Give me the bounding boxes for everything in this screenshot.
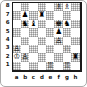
square-e2[interactable]	[46, 53, 54, 61]
square-b1[interactable]	[21, 62, 29, 70]
square-a2[interactable]: ♔	[13, 53, 21, 61]
square-f6[interactable]: ♚	[54, 20, 62, 28]
file-label-f: f	[54, 75, 62, 83]
white-bishop-g8: ♗	[64, 3, 71, 11]
square-d2[interactable]	[38, 53, 46, 61]
square-a3[interactable]: ♙	[13, 45, 21, 53]
square-b6[interactable]: ♞	[21, 20, 29, 28]
square-f3[interactable]	[54, 45, 62, 53]
square-g4[interactable]	[63, 37, 71, 45]
rank-labels: 87654321	[2, 2, 11, 69]
square-e5[interactable]	[46, 28, 54, 36]
square-h3[interactable]	[71, 45, 79, 53]
square-a7[interactable]	[13, 11, 21, 19]
square-d1[interactable]	[38, 62, 46, 70]
square-c3[interactable]	[29, 45, 37, 53]
square-a4[interactable]	[13, 37, 21, 45]
square-c8[interactable]	[29, 3, 37, 11]
square-e7[interactable]	[46, 11, 54, 19]
white-bishop-f8: ♗	[55, 3, 62, 11]
white-pawn-a3: ♙	[13, 45, 20, 53]
black-bishop-c6: ♝	[30, 20, 37, 28]
white-rook-e1: ♖	[47, 62, 54, 70]
file-label-e: e	[46, 75, 54, 83]
square-b5[interactable]	[21, 28, 29, 36]
rank-label-4: 4	[2, 36, 11, 44]
rank-label-7: 7	[2, 10, 11, 18]
square-h7[interactable]	[71, 11, 79, 19]
square-g7[interactable]	[63, 11, 71, 19]
square-f4[interactable]: ♙	[54, 37, 62, 45]
square-g2[interactable]	[63, 53, 71, 61]
rank-label-8: 8	[2, 2, 11, 10]
square-b8[interactable]	[21, 3, 29, 11]
square-f1[interactable]	[54, 62, 62, 70]
square-e8[interactable]	[46, 3, 54, 11]
square-b3[interactable]	[21, 45, 29, 53]
square-d7[interactable]: ♜	[38, 11, 46, 19]
square-c1[interactable]	[29, 62, 37, 70]
square-h2[interactable]: ♜	[71, 53, 79, 61]
square-b2[interactable]: ♙	[21, 53, 29, 61]
chess-board: ♗♗♟♜♞♝♚♞♟♙♙♘♔♙♜♖♖	[12, 2, 82, 72]
square-e4[interactable]	[46, 37, 54, 45]
chess-diagram-tile: 87654321 ♗♗♟♜♞♝♚♞♟♙♙♘♔♙♜♖♖ abcdefgh	[0, 0, 87, 87]
square-g6[interactable]: ♞	[63, 20, 71, 28]
square-e1[interactable]: ♖	[46, 62, 54, 70]
square-a5[interactable]	[13, 28, 21, 36]
file-label-h: h	[71, 75, 79, 83]
square-c4[interactable]	[29, 37, 37, 45]
white-knight-g3: ♘	[64, 45, 71, 53]
file-label-a: a	[13, 75, 21, 83]
square-h8[interactable]	[71, 3, 79, 11]
black-king-f6: ♚	[55, 20, 62, 28]
square-g5[interactable]	[63, 28, 71, 36]
square-c6[interactable]: ♝	[29, 20, 37, 28]
square-h1[interactable]	[71, 62, 79, 70]
rank-label-5: 5	[2, 27, 11, 35]
square-a1[interactable]	[13, 62, 21, 70]
square-f5[interactable]: ♟	[54, 28, 62, 36]
white-pawn-f4: ♙	[55, 37, 62, 45]
square-b7[interactable]: ♟	[21, 11, 29, 19]
square-c2[interactable]	[29, 53, 37, 61]
file-label-c: c	[29, 75, 37, 83]
square-e3[interactable]	[46, 45, 54, 53]
square-d4[interactable]	[38, 37, 46, 45]
black-rook-h2: ♜	[72, 54, 79, 62]
black-rook-d7: ♜	[38, 12, 45, 20]
file-labels: abcdefgh	[13, 75, 80, 83]
rank-label-1: 1	[2, 61, 11, 69]
rank-label-6: 6	[2, 19, 11, 27]
square-e6[interactable]	[46, 20, 54, 28]
square-b4[interactable]	[21, 37, 29, 45]
file-label-b: b	[21, 75, 29, 83]
square-d3[interactable]	[38, 45, 46, 53]
black-knight-b6: ♞	[22, 20, 29, 28]
square-c5[interactable]	[29, 28, 37, 36]
square-d6[interactable]	[38, 20, 46, 28]
square-h4[interactable]	[71, 37, 79, 45]
square-c7[interactable]	[29, 11, 37, 19]
square-h5[interactable]	[71, 28, 79, 36]
rank-label-2: 2	[2, 52, 11, 60]
square-g1[interactable]: ♖	[63, 62, 71, 70]
file-label-d: d	[38, 75, 46, 83]
square-g8[interactable]: ♗	[63, 3, 71, 11]
square-a6[interactable]	[13, 20, 21, 28]
square-d5[interactable]	[38, 28, 46, 36]
square-f2[interactable]	[54, 53, 62, 61]
black-pawn-f5: ♟	[55, 28, 62, 36]
square-a8[interactable]	[13, 3, 21, 11]
square-h6[interactable]	[71, 20, 79, 28]
white-rook-g1: ♖	[64, 62, 71, 70]
square-d8[interactable]	[38, 3, 46, 11]
black-pawn-b7: ♟	[22, 12, 29, 20]
black-knight-g6: ♞	[64, 20, 71, 28]
square-g3[interactable]: ♘	[63, 45, 71, 53]
white-pawn-b2: ♙	[22, 54, 29, 62]
rank-label-3: 3	[2, 44, 11, 52]
white-king-a2: ♔	[13, 54, 20, 62]
square-f7[interactable]	[54, 11, 62, 19]
square-f8[interactable]: ♗	[54, 3, 62, 11]
file-label-g: g	[63, 75, 71, 83]
